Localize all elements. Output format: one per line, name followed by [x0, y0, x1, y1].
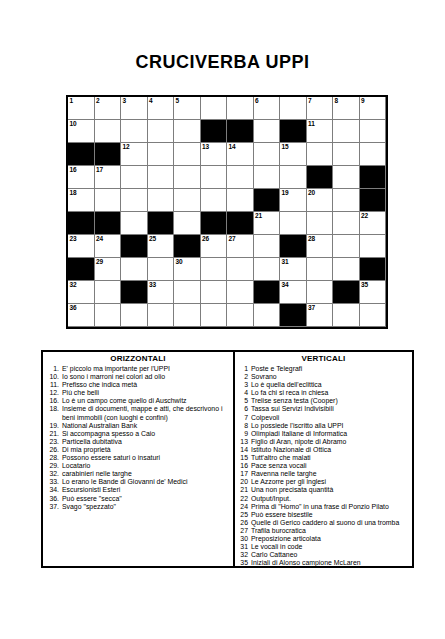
clue-text: Trelise senza testa (Cooper): [251, 397, 409, 405]
clue-text: carabinieri nelle targhe: [62, 470, 230, 478]
black-cell: [174, 235, 201, 258]
cell-number: 23: [70, 235, 77, 243]
page-title: CRUCIVERBA UPPI: [0, 52, 445, 73]
clue-number: 28.: [46, 454, 59, 462]
clue-number: 3: [238, 381, 248, 389]
down-clue: 21Una non precisata quantità: [238, 486, 409, 494]
grid-cell[interactable]: [280, 212, 307, 235]
down-clue: 1Poste e Telegrafi: [238, 365, 409, 373]
cell-number: 20: [308, 189, 315, 197]
clue-text: Le vocali in code: [251, 543, 409, 551]
across-clue: 33.Lo erano le Bande di Giovanni de' Med…: [46, 478, 230, 486]
cell-number: 14: [229, 143, 236, 151]
cell-number: 27: [229, 235, 236, 243]
grid-cell[interactable]: 2: [95, 97, 122, 120]
grid-cell[interactable]: [333, 120, 360, 143]
clue-number: 25: [238, 511, 248, 519]
black-cell: [360, 258, 387, 281]
grid-cell[interactable]: [148, 166, 175, 189]
black-cell: [95, 212, 122, 235]
cell-number: 37: [308, 304, 315, 312]
clue-text: Sovrano: [251, 373, 409, 381]
clue-number: 13: [238, 438, 248, 446]
grid-cell[interactable]: [360, 235, 387, 258]
down-clue: 16Pace senza vocali: [238, 462, 409, 470]
clue-text: Lo è quella dell'eclittica: [251, 381, 409, 389]
cell-number: 32: [70, 281, 77, 289]
clue-text: Di mia proprietà: [62, 446, 230, 454]
grid-cell[interactable]: [333, 143, 360, 166]
cell-number: 15: [282, 143, 289, 151]
down-clue: 25Può essere bisestile: [238, 511, 409, 519]
grid-cell[interactable]: 12: [121, 143, 148, 166]
clue-text: Istituto Nazionale di Ottica: [251, 446, 409, 454]
cell-number: 8: [335, 97, 339, 105]
across-clue: 12.Più che belli: [46, 389, 230, 397]
grid-cell[interactable]: [201, 258, 228, 281]
clue-number: 14: [238, 446, 248, 454]
grid-cell[interactable]: [254, 120, 281, 143]
clue-number: 37.: [46, 503, 59, 511]
cell-number: 30: [176, 258, 183, 266]
grid-cell[interactable]: 31: [280, 258, 307, 281]
grid-cell[interactable]: 4: [148, 97, 175, 120]
clue-text: Locatario: [62, 462, 230, 470]
grid-cell[interactable]: 37: [307, 304, 334, 327]
grid-cell[interactable]: 22: [360, 212, 387, 235]
clue-number: 32: [238, 551, 248, 559]
across-clue: 16.Lo è un campo come quello di Auschwit…: [46, 397, 230, 405]
clue-number: 20: [238, 478, 248, 486]
cell-number: 25: [149, 235, 156, 243]
grid-cell[interactable]: 13: [201, 143, 228, 166]
grid-cell[interactable]: 7: [307, 97, 334, 120]
grid-cell[interactable]: 36: [68, 304, 95, 327]
cell-number: 10: [70, 120, 77, 128]
clue-text: Quelle di Gerico caddero al suono di una…: [251, 519, 409, 527]
clue-number: 21: [238, 486, 248, 494]
black-cell: [68, 258, 95, 281]
down-clue: 32Carlo Cattaneo: [238, 551, 409, 559]
grid-cell[interactable]: [227, 281, 254, 304]
cell-number: 2: [96, 97, 100, 105]
across-clue: 34.Escursionisti Esteri: [46, 486, 230, 494]
clue-text: Prima di "Homo" in una frase di Ponzio P…: [251, 503, 409, 511]
clue-number: 5: [238, 397, 248, 405]
cell-number: 11: [308, 120, 315, 128]
cell-number: 35: [361, 281, 368, 289]
down-clue: 27Trafila burocratica: [238, 527, 409, 535]
clue-number: 6: [238, 405, 248, 413]
grid-cell[interactable]: [174, 143, 201, 166]
grid-cell[interactable]: 3: [121, 97, 148, 120]
grid-cell[interactable]: [201, 281, 228, 304]
grid-cell[interactable]: [121, 258, 148, 281]
grid-cell[interactable]: 34: [280, 281, 307, 304]
cell-number: 26: [202, 235, 209, 243]
black-cell: [68, 212, 95, 235]
clue-number: 31: [238, 543, 248, 551]
grid-cell[interactable]: 32: [68, 281, 95, 304]
clue-number: 22: [238, 495, 248, 503]
grid-cell[interactable]: 1: [68, 97, 95, 120]
grid-cell[interactable]: [121, 304, 148, 327]
grid-cell[interactable]: [174, 189, 201, 212]
grid-cell[interactable]: [254, 143, 281, 166]
clue-text: Lo è un campo come quello di Auschwitz: [62, 397, 230, 405]
black-cell: [254, 281, 281, 304]
grid-cell[interactable]: [360, 143, 387, 166]
grid-cell[interactable]: [360, 120, 387, 143]
grid-cell[interactable]: [333, 212, 360, 235]
down-clue: 35Iniziali di Alonso campione McLaren: [238, 559, 409, 567]
clue-number: 16.: [46, 397, 59, 405]
grid-cell[interactable]: 5: [174, 97, 201, 120]
grid-cell[interactable]: [280, 97, 307, 120]
clue-number: 36.: [46, 495, 59, 503]
across-clue: 36.Può essere "secca": [46, 495, 230, 503]
across-clue-list: 1.E' piccolo ma importante per l'UPPI10.…: [46, 365, 230, 511]
down-clue: 31Le vocali in code: [238, 543, 409, 551]
clue-text: Colpevoli: [251, 414, 409, 422]
grid-cell[interactable]: [333, 166, 360, 189]
down-clues-column: VERTICALI 1Poste e Telegrafi2Sovrano3Lo …: [235, 352, 412, 566]
clue-number: 29.: [46, 462, 59, 470]
grid-cell[interactable]: [333, 189, 360, 212]
cell-number: 1: [70, 97, 74, 105]
grid-cell[interactable]: [227, 258, 254, 281]
clue-text: Olimpiadi Italiane di Informatica: [251, 430, 409, 438]
cell-number: 21: [255, 212, 262, 220]
grid-cell[interactable]: [121, 189, 148, 212]
cell-number: 33: [149, 281, 156, 289]
clue-text: Possono essere saturi o insaturi: [62, 454, 230, 462]
grid-cell[interactable]: [201, 304, 228, 327]
clue-text: Carlo Cattaneo: [251, 551, 409, 559]
clue-number: 7: [238, 414, 248, 422]
clue-text: Prefisso che indica metà: [62, 381, 230, 389]
black-cell: [227, 120, 254, 143]
cell-number: 19: [282, 189, 289, 197]
clue-number: 27: [238, 527, 248, 535]
grid-cell[interactable]: 6: [254, 97, 281, 120]
grid-cell[interactable]: 26: [201, 235, 228, 258]
grid-cell[interactable]: [174, 212, 201, 235]
cell-number: 22: [361, 212, 368, 220]
clues-box: ORIZZONTALI 1.E' piccolo ma importante p…: [41, 350, 414, 568]
grid-cell[interactable]: [254, 304, 281, 327]
clue-text: Si accompagna spesso a Caio: [62, 430, 230, 438]
across-clue: 19.National Australian Bank: [46, 422, 230, 430]
grid-cell[interactable]: 28: [307, 235, 334, 258]
clue-text: Preposizione articolata: [251, 535, 409, 543]
clue-text: Lo fa chi si reca in chiesa: [251, 389, 409, 397]
clue-text: Tassa sui Servizi Indivisibili: [251, 405, 409, 413]
clue-text: Iniziali di Alonso campione McLaren: [251, 559, 409, 567]
clue-number: 11.: [46, 381, 59, 389]
grid-cell[interactable]: [95, 304, 122, 327]
grid-cell[interactable]: [333, 258, 360, 281]
down-clue: 2Sovrano: [238, 373, 409, 381]
down-clue: 30Preposizione articolata: [238, 535, 409, 543]
grid-cell[interactable]: [174, 304, 201, 327]
black-cell: [227, 212, 254, 235]
grid-cell[interactable]: [148, 143, 175, 166]
black-cell: [360, 189, 387, 212]
cell-number: 24: [96, 235, 103, 243]
grid-cell[interactable]: 11: [307, 120, 334, 143]
black-cell: [280, 304, 307, 327]
clue-number: 8: [238, 422, 248, 430]
clue-text: Particella dubitativa: [62, 438, 230, 446]
cell-number: 36: [70, 304, 77, 312]
across-clue: 21.Si accompagna spesso a Caio: [46, 430, 230, 438]
cell-number: 12: [123, 143, 130, 151]
grid-cell[interactable]: 9: [360, 97, 387, 120]
black-cell: [148, 212, 175, 235]
cell-number: 34: [282, 281, 289, 289]
black-cell: [333, 281, 360, 304]
grid-cell[interactable]: [174, 166, 201, 189]
clue-number: 32.: [46, 470, 59, 478]
grid-cell[interactable]: 30: [174, 258, 201, 281]
grid-cell[interactable]: 29: [95, 258, 122, 281]
grid-cell[interactable]: [307, 212, 334, 235]
cell-number: 17: [96, 166, 103, 174]
clue-text: Pace senza vocali: [251, 462, 409, 470]
grid-cell[interactable]: [201, 166, 228, 189]
grid-cell[interactable]: 35: [360, 281, 387, 304]
across-clue: 23.Particella dubitativa: [46, 438, 230, 446]
across-clue: 26.Di mia proprietà: [46, 446, 230, 454]
grid-cell[interactable]: 10: [68, 120, 95, 143]
grid-cell[interactable]: 19: [280, 189, 307, 212]
black-cell: [201, 120, 228, 143]
grid-cell[interactable]: [174, 120, 201, 143]
grid-cell[interactable]: 25: [148, 235, 175, 258]
clue-text: Può essere "secca": [62, 495, 230, 503]
down-clue: 13Figlio di Aran, nipote di Abramo: [238, 438, 409, 446]
clue-number: 23.: [46, 438, 59, 446]
down-clue: 8Lo possiede l'iscritto alla UPPI: [238, 422, 409, 430]
cell-number: 5: [176, 97, 180, 105]
cell-number: 3: [123, 97, 127, 105]
grid-cell[interactable]: 16: [68, 166, 95, 189]
grid-cell[interactable]: [227, 189, 254, 212]
grid-cell[interactable]: [254, 235, 281, 258]
across-clue: 18.Insieme di documenti, mappe e atti, c…: [46, 405, 230, 421]
clue-number: 12.: [46, 389, 59, 397]
black-cell: [121, 235, 148, 258]
clue-text: Più che belli: [62, 389, 230, 397]
grid-cell[interactable]: [333, 235, 360, 258]
clue-number: 16: [238, 462, 248, 470]
grid-cell[interactable]: [360, 304, 387, 327]
cell-number: 31: [282, 258, 289, 266]
grid-cell[interactable]: [95, 120, 122, 143]
grid-cell[interactable]: 27: [227, 235, 254, 258]
black-cell: [280, 120, 307, 143]
clue-text: Svago "spezzato": [62, 503, 230, 511]
down-clue-list: 1Poste e Telegrafi2Sovrano3Lo è quella d…: [238, 365, 409, 567]
down-clue: 22Output/Input.: [238, 495, 409, 503]
grid-cell[interactable]: [95, 281, 122, 304]
cell-number: 28: [308, 235, 315, 243]
clue-number: 4: [238, 389, 248, 397]
cell-number: 13: [202, 143, 209, 151]
grid-cell[interactable]: [95, 189, 122, 212]
clue-number: 33.: [46, 478, 59, 486]
clue-number: 26.: [46, 446, 59, 454]
black-cell: [121, 281, 148, 304]
across-heading: ORIZZONTALI: [46, 354, 230, 364]
clue-text: Trafila burocratica: [251, 527, 409, 535]
black-cell: [254, 189, 281, 212]
down-clue: 17Ravenna nelle targhe: [238, 470, 409, 478]
clue-number: 1: [238, 365, 248, 373]
down-clue: 6Tassa sui Servizi Indivisibili: [238, 405, 409, 413]
grid-cell[interactable]: [148, 189, 175, 212]
grid-cell[interactable]: 24: [95, 235, 122, 258]
cell-number: 7: [308, 97, 312, 105]
clue-text: Figlio di Aran, nipote di Abramo: [251, 438, 409, 446]
clue-text: Io sono i marroni nei colori ad olio: [62, 373, 230, 381]
clue-text: E' piccolo ma importante per l'UPPI: [62, 365, 230, 373]
clue-number: 9: [238, 430, 248, 438]
clue-number: 2: [238, 373, 248, 381]
down-clue: 7Colpevoli: [238, 414, 409, 422]
grid-cell[interactable]: 15: [280, 143, 307, 166]
black-cell: [280, 235, 307, 258]
across-clues-column: ORIZZONTALI 1.E' piccolo ma importante p…: [43, 352, 235, 566]
grid-cell[interactable]: [307, 143, 334, 166]
down-clue: 14Istituto Nazionale di Ottica: [238, 446, 409, 454]
clue-number: 26: [238, 519, 248, 527]
clue-number: 34.: [46, 486, 59, 494]
down-clue: 4Lo fa chi si reca in chiesa: [238, 389, 409, 397]
grid-cell[interactable]: [148, 304, 175, 327]
clue-number: 24: [238, 503, 248, 511]
cell-number: 4: [149, 97, 153, 105]
grid-cell[interactable]: 14: [227, 143, 254, 166]
grid-cell[interactable]: [333, 304, 360, 327]
grid-cell[interactable]: [307, 258, 334, 281]
clue-number: 18.: [46, 405, 59, 421]
clue-text: Lo possiede l'iscritto alla UPPI: [251, 422, 409, 430]
grid-cell[interactable]: [148, 120, 175, 143]
down-clue: 26Quelle di Gerico caddero al suono di u…: [238, 519, 409, 527]
grid-cell[interactable]: 17: [95, 166, 122, 189]
across-clue: 11.Prefisso che indica metà: [46, 381, 230, 389]
across-clue: 29.Locatario: [46, 462, 230, 470]
clue-number: 15: [238, 454, 248, 462]
grid-cell[interactable]: [121, 120, 148, 143]
clue-text: Può essere bisestile: [251, 511, 409, 519]
across-clue: 32.carabinieri nelle targhe: [46, 470, 230, 478]
grid-cell[interactable]: [307, 281, 334, 304]
down-clue: 24Prima di "Homo" in una frase di Ponzio…: [238, 503, 409, 511]
grid-cell[interactable]: 33: [148, 281, 175, 304]
grid-cell[interactable]: [121, 212, 148, 235]
clue-text: Una non precisata quantità: [251, 486, 409, 494]
across-clue: 1.E' piccolo ma importante per l'UPPI: [46, 365, 230, 373]
black-cell: [95, 143, 122, 166]
clue-number: 10.: [46, 373, 59, 381]
clue-number: 19.: [46, 422, 59, 430]
grid-cell[interactable]: [121, 166, 148, 189]
clue-text: Escursionisti Esteri: [62, 486, 230, 494]
black-cell: [307, 166, 334, 189]
down-clue: 9Olimpiadi Italiane di Informatica: [238, 430, 409, 438]
clue-text: Insieme di documenti, mappe e atti, che …: [62, 405, 230, 421]
cell-number: 9: [361, 97, 365, 105]
clue-text: Ravenna nelle targhe: [251, 470, 409, 478]
clue-text: National Australian Bank: [62, 422, 230, 430]
clue-number: 30: [238, 535, 248, 543]
grid-cell[interactable]: 23: [68, 235, 95, 258]
black-cell: [201, 212, 228, 235]
crossword-grid: 1234567891011121314151617181920212223242…: [66, 95, 388, 329]
grid-cell[interactable]: 8: [333, 97, 360, 120]
grid-cell[interactable]: [201, 189, 228, 212]
cell-number: 6: [255, 97, 259, 105]
grid-cell[interactable]: [227, 97, 254, 120]
clue-text: Le Azzorre per gli inglesi: [251, 478, 409, 486]
clue-number: 35: [238, 559, 248, 567]
clue-text: Output/Input.: [251, 495, 409, 503]
cell-number: 16: [70, 166, 77, 174]
grid-cell[interactable]: [227, 304, 254, 327]
grid-cell[interactable]: 21: [254, 212, 281, 235]
grid-cell[interactable]: [227, 166, 254, 189]
down-clue: 3Lo è quella dell'eclittica: [238, 381, 409, 389]
grid-cell[interactable]: 20: [307, 189, 334, 212]
down-clue: 20Le Azzorre per gli inglesi: [238, 478, 409, 486]
clue-number: 21.: [46, 430, 59, 438]
grid-cell[interactable]: [148, 258, 175, 281]
grid-cell[interactable]: [280, 166, 307, 189]
across-clue: 10.Io sono i marroni nei colori ad olio: [46, 373, 230, 381]
cell-number: 29: [96, 258, 103, 266]
across-clue: 28.Possono essere saturi o insaturi: [46, 454, 230, 462]
black-cell: [68, 143, 95, 166]
across-clue: 37.Svago "spezzato": [46, 503, 230, 511]
grid-cell[interactable]: 18: [68, 189, 95, 212]
down-heading: VERTICALI: [238, 354, 409, 364]
grid-cell[interactable]: [254, 258, 281, 281]
grid-cell[interactable]: [174, 281, 201, 304]
clue-text: Poste e Telegrafi: [251, 365, 409, 373]
down-clue: 5Trelise senza testa (Cooper): [238, 397, 409, 405]
black-cell: [360, 166, 387, 189]
grid-cell[interactable]: [254, 166, 281, 189]
cell-number: 18: [70, 189, 77, 197]
clue-text: Lo erano le Bande di Giovanni de' Medici: [62, 478, 230, 486]
clue-number: 1.: [46, 365, 59, 373]
clue-text: Tutt'altro che malati: [251, 454, 409, 462]
clue-number: 17: [238, 470, 248, 478]
down-clue: 15Tutt'altro che malati: [238, 454, 409, 462]
grid-cell[interactable]: [201, 97, 228, 120]
